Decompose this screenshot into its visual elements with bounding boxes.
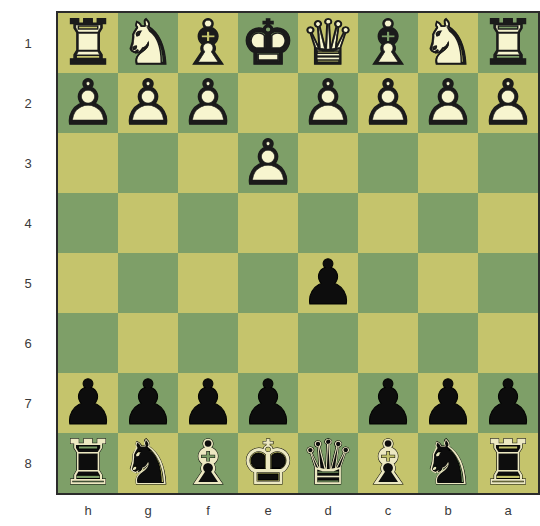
black-rook-piece: ♜: [478, 433, 538, 493]
black-pawn-piece: ♟: [58, 373, 118, 433]
white-pawn-piece: ♟: [298, 73, 358, 133]
square-a6[interactable]: [478, 313, 538, 373]
file-label-e: e: [238, 495, 298, 526]
square-h4[interactable]: [58, 193, 118, 253]
white-rook-piece: ♜: [478, 13, 538, 73]
white-pawn-piece: ♟: [418, 73, 478, 133]
square-c3[interactable]: [358, 133, 418, 193]
black-pawn-piece: ♟: [418, 373, 478, 433]
square-e4[interactable]: [238, 193, 298, 253]
square-f3[interactable]: [178, 133, 238, 193]
square-h6[interactable]: [58, 313, 118, 373]
square-b4[interactable]: [418, 193, 478, 253]
square-g7[interactable]: ♟: [118, 373, 178, 433]
rank-label-4: 4: [0, 193, 56, 253]
square-b8[interactable]: ♞♘: [418, 433, 478, 493]
square-d6[interactable]: [298, 313, 358, 373]
square-g1[interactable]: ♞♘: [118, 13, 178, 73]
chess-board-page: 12345678 ♜♖♞♘♝♗♚♔♛♕♝♗♞♘♜♖♟♙♟♙♟♙♟♙♟♙♟♙♟♙♟…: [0, 0, 540, 526]
square-e5[interactable]: [238, 253, 298, 313]
square-h3[interactable]: [58, 133, 118, 193]
square-e8[interactable]: ♚♔: [238, 433, 298, 493]
square-e2[interactable]: [238, 73, 298, 133]
square-a5[interactable]: [478, 253, 538, 313]
file-label-b: b: [418, 495, 478, 526]
square-g8[interactable]: ♞♘: [118, 433, 178, 493]
black-knight-piece: ♞: [418, 433, 478, 493]
square-c6[interactable]: [358, 313, 418, 373]
rank-label-2: 2: [0, 73, 56, 133]
chess-board: ♜♖♞♘♝♗♚♔♛♕♝♗♞♘♜♖♟♙♟♙♟♙♟♙♟♙♟♙♟♙♟♙♟♟♟♟♟♟♟♟…: [56, 11, 540, 495]
square-a2[interactable]: ♟♙: [478, 73, 538, 133]
white-queen-piece: ♛: [298, 13, 358, 73]
square-b2[interactable]: ♟♙: [418, 73, 478, 133]
black-pawn-piece: ♟: [238, 373, 298, 433]
square-g6[interactable]: [118, 313, 178, 373]
rank-label-8: 8: [0, 433, 56, 493]
square-b1[interactable]: ♞♘: [418, 13, 478, 73]
black-pawn-piece: ♟: [178, 373, 238, 433]
black-bishop-piece: ♝: [358, 433, 418, 493]
file-label-c: c: [358, 495, 418, 526]
white-bishop-piece: ♝: [178, 13, 238, 73]
square-g4[interactable]: [118, 193, 178, 253]
square-e1[interactable]: ♚♔: [238, 13, 298, 73]
white-king-piece: ♚: [238, 13, 298, 73]
square-a4[interactable]: [478, 193, 538, 253]
file-label-a: a: [478, 495, 538, 526]
black-pawn-piece: ♟: [298, 253, 358, 313]
square-h2[interactable]: ♟♙: [58, 73, 118, 133]
file-label-f: f: [178, 495, 238, 526]
white-pawn-piece: ♟: [118, 73, 178, 133]
square-f5[interactable]: [178, 253, 238, 313]
white-pawn-piece: ♟: [358, 73, 418, 133]
rank-label-1: 1: [0, 13, 56, 73]
square-g3[interactable]: [118, 133, 178, 193]
rank-labels: 12345678: [0, 11, 56, 495]
black-pawn-piece: ♟: [478, 373, 538, 433]
square-e3[interactable]: ♟♙: [238, 133, 298, 193]
file-label-h: h: [58, 495, 118, 526]
square-d1[interactable]: ♛♕: [298, 13, 358, 73]
square-f7[interactable]: ♟: [178, 373, 238, 433]
square-f4[interactable]: [178, 193, 238, 253]
square-e7[interactable]: ♟: [238, 373, 298, 433]
square-h1[interactable]: ♜♖: [58, 13, 118, 73]
square-a1[interactable]: ♜♖: [478, 13, 538, 73]
square-f8[interactable]: ♝♗: [178, 433, 238, 493]
square-b6[interactable]: [418, 313, 478, 373]
white-pawn-piece: ♟: [238, 133, 298, 193]
square-g5[interactable]: [118, 253, 178, 313]
square-f2[interactable]: ♟♙: [178, 73, 238, 133]
white-pawn-piece: ♟: [478, 73, 538, 133]
rank-label-7: 7: [0, 373, 56, 433]
black-bishop-piece: ♝: [178, 433, 238, 493]
square-b5[interactable]: [418, 253, 478, 313]
square-d5[interactable]: ♟: [298, 253, 358, 313]
square-f1[interactable]: ♝♗: [178, 13, 238, 73]
square-e6[interactable]: [238, 313, 298, 373]
square-h5[interactable]: [58, 253, 118, 313]
black-pawn-piece: ♟: [118, 373, 178, 433]
black-queen-piece: ♛: [298, 433, 358, 493]
square-c1[interactable]: ♝♗: [358, 13, 418, 73]
black-pawn-piece: ♟: [358, 373, 418, 433]
file-label-g: g: [118, 495, 178, 526]
rank-label-6: 6: [0, 313, 56, 373]
square-f6[interactable]: [178, 313, 238, 373]
white-rook-piece: ♜: [58, 13, 118, 73]
white-knight-piece: ♞: [418, 13, 478, 73]
white-bishop-piece: ♝: [358, 13, 418, 73]
square-d4[interactable]: [298, 193, 358, 253]
black-rook-piece: ♜: [58, 433, 118, 493]
square-c4[interactable]: [358, 193, 418, 253]
square-g2[interactable]: ♟♙: [118, 73, 178, 133]
file-label-d: d: [298, 495, 358, 526]
file-labels: hgfedcba: [56, 495, 540, 526]
white-knight-piece: ♞: [118, 13, 178, 73]
square-a8[interactable]: ♜♖: [478, 433, 538, 493]
black-king-piece: ♚: [238, 433, 298, 493]
square-d2[interactable]: ♟♙: [298, 73, 358, 133]
square-b7[interactable]: ♟: [418, 373, 478, 433]
white-pawn-piece: ♟: [178, 73, 238, 133]
square-a7[interactable]: ♟: [478, 373, 538, 433]
black-knight-piece: ♞: [118, 433, 178, 493]
rank-label-3: 3: [0, 133, 56, 193]
rank-label-5: 5: [0, 253, 56, 313]
square-d7[interactable]: [298, 373, 358, 433]
square-c5[interactable]: [358, 253, 418, 313]
square-h7[interactable]: ♟: [58, 373, 118, 433]
square-c2[interactable]: ♟♙: [358, 73, 418, 133]
square-a3[interactable]: [478, 133, 538, 193]
square-h8[interactable]: ♜♖: [58, 433, 118, 493]
square-d8[interactable]: ♛♕: [298, 433, 358, 493]
square-c8[interactable]: ♝♗: [358, 433, 418, 493]
square-d3[interactable]: [298, 133, 358, 193]
square-b3[interactable]: [418, 133, 478, 193]
white-pawn-piece: ♟: [58, 73, 118, 133]
square-c7[interactable]: ♟: [358, 373, 418, 433]
